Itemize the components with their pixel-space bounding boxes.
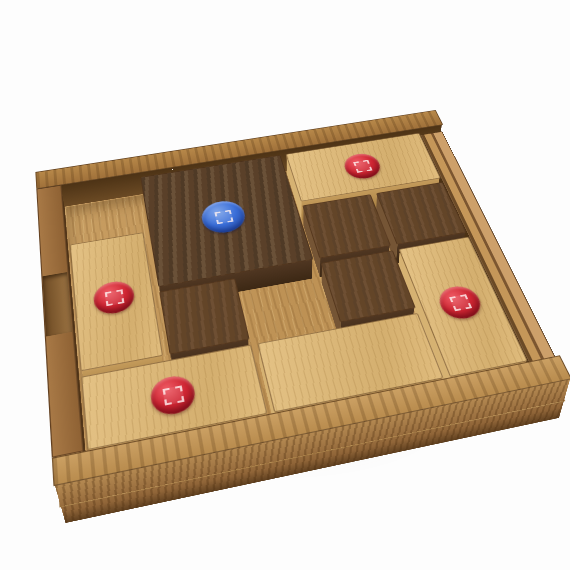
red-dot-icon: [434, 284, 485, 322]
red-dot-icon: [341, 152, 384, 181]
scene: [0, 0, 570, 570]
puzzle-board: [40, 132, 565, 508]
puzzle-block-S3[interactable]: [159, 278, 249, 354]
red-dot-icon: [149, 373, 198, 418]
exit-notch: [42, 272, 72, 337]
red-dot-icon: [92, 279, 136, 317]
puzzle-block-R1[interactable]: [70, 232, 163, 371]
blue-dot-icon: [199, 198, 248, 236]
